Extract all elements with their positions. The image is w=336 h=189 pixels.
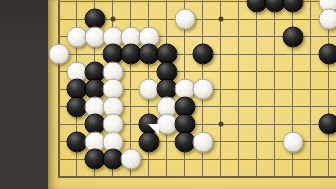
go-stone-black	[282, 0, 303, 12]
go-stone-white	[120, 149, 141, 170]
go-stone-white	[174, 9, 195, 30]
go-stone-black	[318, 114, 336, 135]
star-point	[110, 17, 115, 22]
go-stone-black	[192, 44, 213, 65]
star-point	[218, 17, 223, 22]
board-gridline-horizontal	[58, 176, 336, 178]
app-sidebar	[0, 0, 48, 189]
go-stone-white	[192, 131, 213, 152]
go-stone-white	[318, 9, 336, 30]
app-screen	[0, 0, 336, 189]
go-board[interactable]	[48, 0, 336, 189]
go-stone-white	[282, 131, 303, 152]
go-stone-white	[192, 79, 213, 100]
last-move-marker	[148, 124, 159, 135]
star-point	[218, 122, 223, 127]
go-stone-white	[48, 44, 69, 65]
go-stone-black	[282, 26, 303, 47]
go-stone-black	[318, 44, 336, 65]
